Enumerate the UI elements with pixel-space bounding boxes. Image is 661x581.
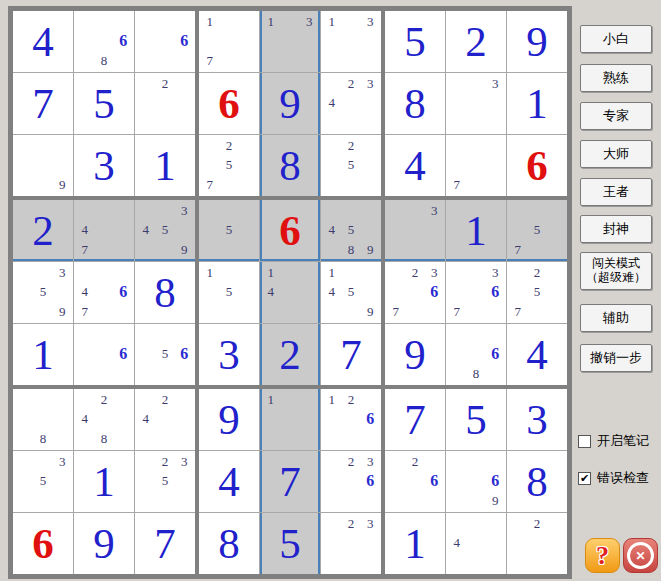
note-3: 3 — [300, 12, 319, 32]
cell-r8c6[interactable]: 236 — [321, 451, 381, 512]
notes-grid: 1 — [261, 390, 319, 449]
cell-r7c1[interactable]: 8 — [13, 389, 73, 450]
cell-r1c8[interactable]: 2 — [446, 11, 506, 72]
note-2: 2 — [155, 452, 174, 472]
cell-r7c4[interactable]: 9 — [199, 389, 259, 450]
note-9: 9 — [53, 302, 72, 322]
notes-grid: 23 — [322, 514, 380, 573]
note-7: 7 — [447, 175, 466, 195]
note-7: 7 — [447, 302, 466, 322]
cell-r6c9[interactable]: 4 — [507, 324, 567, 385]
assist-button[interactable]: 辅助 — [580, 304, 652, 332]
cell-r2c6[interactable]: 234 — [321, 73, 381, 134]
cell-value: 4 — [507, 324, 567, 385]
note-3: 3 — [361, 514, 380, 534]
cell-value: 8 — [385, 73, 445, 134]
challenge-mode-label-line1: 闯关模式 — [592, 257, 640, 271]
note-7: 7 — [200, 51, 219, 71]
cell-r4c3[interactable]: 3459 — [135, 200, 195, 261]
note-6: 6 — [175, 32, 194, 52]
cell-r8c7[interactable]: 26 — [385, 451, 445, 512]
cell-r5c5[interactable]: 14 — [260, 262, 320, 323]
note-7: 7 — [508, 240, 527, 260]
note-2: 2 — [341, 390, 360, 410]
note-6: 6 — [361, 410, 380, 430]
difficulty-button-xiaobai[interactable]: 小白 — [580, 25, 652, 53]
note-2: 2 — [341, 452, 360, 472]
cell-value: 2 — [260, 324, 320, 385]
note-8: 8 — [466, 364, 485, 384]
notes-grid: 69 — [447, 452, 505, 511]
notes-grid: 13 — [261, 12, 319, 71]
note-4: 4 — [136, 221, 155, 241]
notes-grid: 7 — [447, 136, 505, 195]
cell-r1c4[interactable]: 17 — [199, 11, 259, 72]
cell-value: 5 — [260, 513, 320, 574]
note-2: 2 — [155, 390, 174, 410]
note-9: 9 — [486, 491, 505, 511]
note-7: 7 — [75, 302, 94, 322]
cell-r9c1[interactable]: 6 — [13, 513, 73, 574]
cell-r5c8[interactable]: 367 — [446, 262, 506, 323]
notes-grid: 257 — [200, 136, 258, 195]
cell-r2c5[interactable]: 9 — [260, 73, 320, 134]
note-5: 5 — [219, 156, 238, 176]
cell-value: 3 — [507, 389, 567, 450]
notes-grid: 9 — [14, 136, 72, 195]
cell-r7c8[interactable]: 5 — [446, 389, 506, 450]
error-check-checkbox-row: ✔ 错误检查 — [578, 469, 649, 487]
notes-grid: 3 — [447, 74, 505, 133]
cell-r7c6[interactable]: 126 — [321, 389, 381, 450]
cell-r6c4[interactable]: 3 — [199, 324, 259, 385]
cell-r2c3[interactable]: 2 — [135, 73, 195, 134]
cell-r8c1[interactable]: 35 — [13, 451, 73, 512]
box-7: 824824351235697 — [13, 389, 195, 574]
note-6: 6 — [425, 472, 444, 492]
cell-r9c7[interactable]: 1 — [385, 513, 445, 574]
note-9: 9 — [53, 175, 72, 195]
notes-grid: 235 — [136, 452, 194, 511]
cell-r6c8[interactable]: 68 — [446, 324, 506, 385]
difficulty-button-zhuanjia[interactable]: 专家 — [580, 102, 652, 130]
cell-r8c8[interactable]: 69 — [446, 451, 506, 512]
note-4: 4 — [75, 221, 94, 241]
notes-grid: 13 — [322, 12, 380, 71]
notes-checkbox[interactable] — [578, 435, 591, 448]
note-5: 5 — [527, 221, 546, 241]
cell-value: 7 — [260, 451, 320, 512]
cell-value: 7 — [321, 324, 381, 385]
cell-r7c9[interactable]: 3 — [507, 389, 567, 450]
cell-r6c2[interactable]: 6 — [74, 324, 134, 385]
note-9: 9 — [175, 240, 194, 260]
note-2: 2 — [341, 74, 360, 94]
help-icon[interactable]: ? — [585, 538, 620, 573]
cell-value: 9 — [385, 324, 445, 385]
notes-grid: 57 — [508, 201, 566, 260]
cell-r8c3[interactable]: 235 — [135, 451, 195, 512]
cell-value: 1 — [507, 73, 567, 134]
cell-r4c5[interactable]: 6 — [260, 200, 320, 261]
notes-grid: 3459 — [136, 201, 194, 260]
cell-value: 1 — [13, 324, 73, 385]
cell-r9c2[interactable]: 9 — [74, 513, 134, 574]
note-5: 5 — [155, 221, 174, 241]
notes-grid: 24 — [136, 390, 194, 449]
note-3: 3 — [361, 74, 380, 94]
undo-button[interactable]: 撤销一步 — [580, 344, 652, 372]
note-2: 2 — [219, 136, 238, 156]
note-7: 7 — [75, 240, 94, 260]
cell-r9c8[interactable]: 4 — [446, 513, 506, 574]
cell-r1c2[interactable]: 68 — [74, 11, 134, 72]
cell-r3c4[interactable]: 257 — [199, 135, 259, 196]
cell-r7c7[interactable]: 7 — [385, 389, 445, 450]
cell-value: 1 — [135, 135, 195, 196]
note-3: 3 — [361, 12, 380, 32]
notes-grid: 248 — [75, 390, 133, 449]
note-2: 2 — [527, 263, 546, 283]
note-1: 1 — [322, 12, 341, 32]
cell-value: 1 — [446, 200, 506, 261]
note-3: 3 — [486, 263, 505, 283]
cell-r1c5[interactable]: 13 — [260, 11, 320, 72]
cell-r9c3[interactable]: 7 — [135, 513, 195, 574]
cell-r3c1[interactable]: 9 — [13, 135, 73, 196]
notes-grid: 35 — [14, 452, 72, 511]
cell-value: 4 — [385, 135, 445, 196]
cell-r7c2[interactable]: 248 — [74, 389, 134, 450]
note-5: 5 — [155, 345, 174, 365]
notes-grid: 68 — [447, 325, 505, 384]
notes-grid: 257 — [508, 263, 566, 322]
notes-grid: 8 — [14, 390, 72, 449]
cell-r3c8[interactable]: 7 — [446, 135, 506, 196]
note-2: 2 — [341, 514, 360, 534]
notes-checkbox-row: 开启笔记 — [578, 432, 649, 450]
notes-grid: 359 — [14, 263, 72, 322]
close-icon-glyph: ✕ — [627, 542, 654, 569]
cell-r3c7[interactable]: 4 — [385, 135, 445, 196]
cell-r5c2[interactable]: 467 — [74, 262, 134, 323]
box-5: 56458915141459327 — [199, 200, 381, 385]
note-6: 6 — [425, 283, 444, 303]
cell-r4c9[interactable]: 57 — [507, 200, 567, 261]
notes-grid: 4 — [447, 514, 505, 573]
cell-r4c6[interactable]: 4589 — [321, 200, 381, 261]
note-5: 5 — [219, 283, 238, 303]
cell-value: 9 — [507, 11, 567, 72]
cell-r1c9[interactable]: 9 — [507, 11, 567, 72]
cell-r3c9[interactable]: 6 — [507, 135, 567, 196]
notes-grid: 234 — [322, 74, 380, 133]
cell-value: 1 — [385, 513, 445, 574]
cell-r3c2[interactable]: 3 — [74, 135, 134, 196]
cell-r8c4[interactable]: 4 — [199, 451, 259, 512]
note-3: 3 — [53, 263, 72, 283]
note-4: 4 — [322, 283, 341, 303]
cell-r5c6[interactable]: 1459 — [321, 262, 381, 323]
note-6: 6 — [114, 345, 133, 365]
cell-r8c9[interactable]: 8 — [507, 451, 567, 512]
note-5: 5 — [33, 472, 52, 492]
note-9: 9 — [361, 302, 380, 322]
cell-r1c1[interactable]: 4 — [13, 11, 73, 72]
notes-grid: 126 — [322, 390, 380, 449]
notes-grid: 236 — [322, 452, 380, 511]
cell-r4c4[interactable]: 5 — [199, 200, 259, 261]
notes-grid: 1459 — [322, 263, 380, 322]
cell-r6c7[interactable]: 9 — [385, 324, 445, 385]
cell-value: 4 — [13, 11, 73, 72]
cell-r8c5[interactable]: 7 — [260, 451, 320, 512]
box-2: 17131369234257825 — [199, 11, 381, 196]
difficulty-button-fengshen[interactable]: 封神 — [580, 215, 652, 243]
notes-grid: 56 — [136, 325, 194, 384]
cell-r9c4[interactable]: 8 — [199, 513, 259, 574]
cell-r5c3[interactable]: 8 — [135, 262, 195, 323]
note-7: 7 — [508, 302, 527, 322]
note-4: 4 — [75, 410, 94, 430]
sudoku-board: 4686752931171313692342578255298314762473… — [8, 6, 572, 579]
cell-value: 6 — [13, 513, 73, 574]
note-3: 3 — [175, 201, 194, 221]
cell-value: 5 — [74, 73, 134, 134]
cell-r6c6[interactable]: 7 — [321, 324, 381, 385]
note-7: 7 — [386, 302, 405, 322]
note-1: 1 — [200, 263, 219, 283]
notes-grid: 2367 — [386, 263, 444, 322]
note-8: 8 — [94, 51, 113, 71]
cell-r2c2[interactable]: 5 — [74, 73, 134, 134]
cell-value: 8 — [199, 513, 259, 574]
cell-r4c1[interactable]: 2 — [13, 200, 73, 261]
note-3: 3 — [361, 452, 380, 472]
difficulty-button-shulian[interactable]: 熟练 — [580, 64, 652, 92]
note-4: 4 — [261, 283, 280, 303]
note-6: 6 — [114, 32, 133, 52]
cell-value: 7 — [13, 73, 73, 134]
cell-r8c2[interactable]: 1 — [74, 451, 134, 512]
cell-value: 9 — [260, 73, 320, 134]
note-2: 2 — [405, 263, 424, 283]
cell-r1c3[interactable]: 6 — [135, 11, 195, 72]
cell-r1c6[interactable]: 13 — [321, 11, 381, 72]
note-4: 4 — [322, 94, 341, 114]
cell-value: 6 — [199, 73, 259, 134]
difficulty-button-dashi[interactable]: 大师 — [580, 140, 652, 168]
cell-r4c2[interactable]: 47 — [74, 200, 134, 261]
cell-value: 2 — [446, 11, 506, 72]
cell-r2c1[interactable]: 7 — [13, 73, 73, 134]
cell-value: 9 — [199, 389, 259, 450]
cell-value: 5 — [385, 11, 445, 72]
cell-r4c8[interactable]: 1 — [446, 200, 506, 261]
help-icon-glyph: ? — [596, 541, 609, 571]
cell-r4c7[interactable]: 3 — [385, 200, 445, 261]
note-7: 7 — [200, 175, 219, 195]
cell-value: 7 — [135, 513, 195, 574]
note-1: 1 — [261, 263, 280, 283]
notes-grid: 4589 — [322, 201, 380, 260]
note-4: 4 — [136, 410, 155, 430]
note-5: 5 — [155, 472, 174, 492]
cell-r6c1[interactable]: 1 — [13, 324, 73, 385]
cell-value: 7 — [385, 389, 445, 450]
cell-r7c3[interactable]: 24 — [135, 389, 195, 450]
cell-r5c9[interactable]: 257 — [507, 262, 567, 323]
notes-grid: 2 — [136, 74, 194, 133]
notes-grid: 5 — [200, 201, 258, 260]
cell-r3c3[interactable]: 1 — [135, 135, 195, 196]
cell-value: 8 — [135, 262, 195, 323]
note-3: 3 — [425, 201, 444, 221]
cell-value: 6 — [260, 200, 320, 261]
notes-grid: 14 — [261, 263, 319, 322]
notes-checkbox-label: 开启笔记 — [597, 432, 649, 450]
notes-grid: 6 — [75, 325, 133, 384]
cell-value: 1 — [74, 451, 134, 512]
note-3: 3 — [175, 452, 194, 472]
note-4: 4 — [75, 283, 94, 303]
note-3: 3 — [486, 74, 505, 94]
notes-grid: 2 — [508, 514, 566, 573]
note-2: 2 — [155, 74, 174, 94]
cell-r9c9[interactable]: 2 — [507, 513, 567, 574]
note-6: 6 — [486, 283, 505, 303]
note-6: 6 — [175, 345, 194, 365]
box-1: 4686752931 — [13, 11, 195, 196]
note-2: 2 — [527, 514, 546, 534]
note-6: 6 — [486, 345, 505, 365]
notes-grid: 17 — [200, 12, 258, 71]
cell-r2c8[interactable]: 3 — [446, 73, 506, 134]
note-9: 9 — [361, 240, 380, 260]
close-icon[interactable]: ✕ — [623, 538, 658, 573]
notes-grid: 26 — [386, 452, 444, 511]
error-check-checkbox-label: 错误检查 — [597, 469, 649, 487]
notes-grid: 68 — [75, 12, 133, 71]
cell-value: 6 — [507, 135, 567, 196]
box-8: 91126472368523 — [199, 389, 381, 574]
error-check-checkbox[interactable]: ✔ — [578, 472, 591, 485]
cell-r2c4[interactable]: 6 — [199, 73, 259, 134]
note-6: 6 — [486, 472, 505, 492]
note-2: 2 — [94, 390, 113, 410]
cell-value: 3 — [199, 324, 259, 385]
cell-r5c1[interactable]: 359 — [13, 262, 73, 323]
cell-value: 4 — [199, 451, 259, 512]
cell-r9c5[interactable]: 5 — [260, 513, 320, 574]
cell-r3c5[interactable]: 8 — [260, 135, 320, 196]
notes-grid: 3 — [386, 201, 444, 260]
notes-grid: 367 — [447, 263, 505, 322]
note-1: 1 — [322, 390, 341, 410]
challenge-mode-label-line2: （超级难） — [586, 271, 646, 285]
note-5: 5 — [341, 221, 360, 241]
note-1: 1 — [261, 12, 280, 32]
cell-value: 3 — [74, 135, 134, 196]
note-5: 5 — [219, 221, 238, 241]
note-6: 6 — [114, 283, 133, 303]
cell-value: 2 — [13, 200, 73, 261]
cell-r5c7[interactable]: 2367 — [385, 262, 445, 323]
note-8: 8 — [33, 429, 52, 449]
notes-grid: 15 — [200, 263, 258, 322]
cell-r6c5[interactable]: 2 — [260, 324, 320, 385]
cell-r9c6[interactable]: 23 — [321, 513, 381, 574]
note-3: 3 — [53, 452, 72, 472]
note-2: 2 — [341, 136, 360, 156]
note-8: 8 — [94, 429, 113, 449]
challenge-mode-button[interactable]: 闯关模式 （超级难） — [580, 252, 652, 290]
cell-value: 5 — [446, 389, 506, 450]
note-3: 3 — [425, 263, 444, 283]
cell-r1c7[interactable]: 5 — [385, 11, 445, 72]
box-9: 75326698142 — [385, 389, 567, 574]
cell-r2c9[interactable]: 1 — [507, 73, 567, 134]
cell-r3c6[interactable]: 25 — [321, 135, 381, 196]
note-5: 5 — [341, 283, 360, 303]
difficulty-button-wangzhe[interactable]: 王者 — [580, 178, 652, 206]
note-5: 5 — [341, 156, 360, 176]
note-4: 4 — [322, 221, 341, 241]
note-5: 5 — [33, 283, 52, 303]
cell-r7c5[interactable]: 1 — [260, 389, 320, 450]
cell-r5c4[interactable]: 15 — [199, 262, 259, 323]
notes-grid: 47 — [75, 201, 133, 260]
notes-grid: 467 — [75, 263, 133, 322]
cell-r6c3[interactable]: 56 — [135, 324, 195, 385]
cell-value: 9 — [74, 513, 134, 574]
note-1: 1 — [200, 12, 219, 32]
note-5: 5 — [527, 283, 546, 303]
note-1: 1 — [322, 263, 341, 283]
box-4: 247345935946781656 — [13, 200, 195, 385]
note-1: 1 — [261, 390, 280, 410]
box-6: 315723673672579684 — [385, 200, 567, 385]
cell-value: 8 — [507, 451, 567, 512]
notes-grid: 6 — [136, 12, 194, 71]
note-6: 6 — [361, 472, 380, 492]
notes-grid: 25 — [322, 136, 380, 195]
note-2: 2 — [405, 452, 424, 472]
box-3: 529831476 — [385, 11, 567, 196]
cell-r2c7[interactable]: 8 — [385, 73, 445, 134]
cell-value: 8 — [260, 135, 320, 196]
note-4: 4 — [447, 534, 466, 554]
note-8: 8 — [341, 240, 360, 260]
